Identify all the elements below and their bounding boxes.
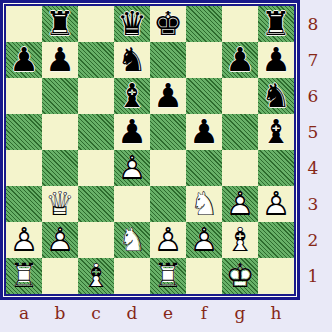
square-b8[interactable]: ♜ [42,6,78,42]
piece-white-rook[interactable]: ♜♖ [6,258,42,294]
square-b3[interactable]: ♛♕ [42,186,78,222]
piece-black-pawn[interactable]: ♟ [222,41,258,77]
square-f4[interactable] [186,150,222,186]
square-h1[interactable] [258,258,294,294]
piece-white-pawn[interactable]: ♟♙ [114,150,150,186]
piece-black-pawn[interactable]: ♟ [186,113,222,149]
piece-white-knight[interactable]: ♞♘ [186,186,222,222]
piece-white-queen[interactable]: ♛♕ [42,186,78,222]
square-h8[interactable]: ♜ [258,6,294,42]
square-h7[interactable]: ♟ [258,42,294,78]
square-b4[interactable] [42,150,78,186]
piece-black-bishop[interactable]: ♝ [258,113,294,149]
white-piece-outline: ♗ [222,221,258,257]
white-piece-outline: ♘ [186,185,222,221]
white-piece-outline: ♖ [150,257,186,293]
square-c2[interactable] [78,222,114,258]
square-a1[interactable]: ♜♖ [6,258,42,294]
file-label-a: a [6,299,42,326]
piece-black-pawn[interactable]: ♟ [258,41,294,77]
white-piece-outline: ♙ [258,185,294,221]
board-frame: ♜♛♚♜♟♟♞♟♟♝♟♞♟♟♝♟♙♛♕♞♘♟♙♟♙♟♙♟♙♞♘♟♙♟♙♝♗♜♖♝… [4,4,296,296]
rank-label-6: 6 [300,78,326,114]
piece-black-rook[interactable]: ♜ [42,5,78,41]
piece-black-pawn[interactable]: ♟ [114,113,150,149]
piece-black-knight[interactable]: ♞ [114,41,150,77]
rank-labels: 87654321 [300,6,326,294]
square-e3[interactable] [150,186,186,222]
chess-app-window: ♜♛♚♜♟♟♞♟♟♝♟♞♟♟♝♟♙♛♕♞♘♟♙♟♙♟♙♟♙♞♘♟♙♟♙♝♗♜♖♝… [0,0,332,332]
square-e5[interactable] [150,114,186,150]
file-label-d: d [114,299,150,326]
square-a2[interactable]: ♟♙ [6,222,42,258]
file-label-c: c [78,299,114,326]
square-h2[interactable] [258,222,294,258]
piece-black-knight[interactable]: ♞ [258,77,294,113]
square-h4[interactable] [258,150,294,186]
chess-board: ♜♛♚♜♟♟♞♟♟♝♟♞♟♟♝♟♙♛♕♞♘♟♙♟♙♟♙♟♙♞♘♟♙♟♙♝♗♜♖♝… [6,6,294,294]
piece-black-queen[interactable]: ♛ [114,5,150,41]
square-d5[interactable]: ♟ [114,114,150,150]
square-b7[interactable]: ♟ [42,42,78,78]
piece-black-bishop[interactable]: ♝ [114,77,150,113]
square-g3[interactable]: ♟♙ [222,186,258,222]
square-d3[interactable] [114,186,150,222]
square-g6[interactable] [222,78,258,114]
white-piece-outline: ♙ [222,185,258,221]
rank-label-5: 5 [300,114,326,150]
piece-white-king[interactable]: ♚♔ [222,258,258,294]
square-e8[interactable]: ♚ [150,6,186,42]
square-f5[interactable]: ♟ [186,114,222,150]
white-piece-outline: ♘ [114,221,150,257]
square-c8[interactable] [78,6,114,42]
square-f7[interactable] [186,42,222,78]
rank-label-7: 7 [300,42,326,78]
piece-white-bishop[interactable]: ♝♗ [222,222,258,258]
white-piece-outline: ♕ [42,185,78,221]
square-h6[interactable]: ♞ [258,78,294,114]
square-e7[interactable] [150,42,186,78]
file-label-h: h [258,299,294,326]
piece-black-pawn[interactable]: ♟ [42,41,78,77]
piece-white-pawn[interactable]: ♟♙ [42,222,78,258]
rank-label-8: 8 [300,6,326,42]
piece-white-pawn[interactable]: ♟♙ [186,222,222,258]
piece-white-knight[interactable]: ♞♘ [114,222,150,258]
square-c5[interactable] [78,114,114,150]
square-c7[interactable] [78,42,114,78]
square-e2[interactable]: ♟♙ [150,222,186,258]
square-a8[interactable] [6,6,42,42]
square-b1[interactable] [42,258,78,294]
square-g7[interactable]: ♟ [222,42,258,78]
file-label-f: f [186,299,222,326]
piece-white-rook[interactable]: ♜♖ [150,258,186,294]
white-piece-outline: ♙ [6,221,42,257]
square-d2[interactable]: ♞♘ [114,222,150,258]
white-piece-outline: ♙ [186,221,222,257]
square-h3[interactable]: ♟♙ [258,186,294,222]
piece-black-king[interactable]: ♚ [150,5,186,41]
square-e6[interactable]: ♟ [150,78,186,114]
square-c4[interactable] [78,150,114,186]
square-d7[interactable]: ♞ [114,42,150,78]
file-label-b: b [42,299,78,326]
rank-label-4: 4 [300,150,326,186]
square-a5[interactable] [6,114,42,150]
square-a7[interactable]: ♟ [6,42,42,78]
square-g5[interactable] [222,114,258,150]
square-h5[interactable]: ♝ [258,114,294,150]
square-g8[interactable] [222,6,258,42]
square-a3[interactable] [6,186,42,222]
white-piece-outline: ♙ [42,221,78,257]
square-a6[interactable] [6,78,42,114]
piece-white-pawn[interactable]: ♟♙ [150,222,186,258]
file-labels: abcdefgh [6,299,294,326]
white-piece-outline: ♖ [6,257,42,293]
piece-white-pawn[interactable]: ♟♙ [258,186,294,222]
square-b6[interactable] [42,78,78,114]
square-d4[interactable]: ♟♙ [114,150,150,186]
piece-black-rook[interactable]: ♜ [258,5,294,41]
square-c1[interactable]: ♝♗ [78,258,114,294]
piece-white-pawn[interactable]: ♟♙ [6,222,42,258]
square-d8[interactable]: ♛ [114,6,150,42]
white-piece-outline: ♔ [222,257,258,293]
white-piece-outline: ♗ [78,257,114,293]
square-d1[interactable] [114,258,150,294]
square-e4[interactable] [150,150,186,186]
white-piece-outline: ♙ [150,221,186,257]
piece-black-pawn[interactable]: ♟ [6,41,42,77]
square-g2[interactable]: ♝♗ [222,222,258,258]
square-g4[interactable] [222,150,258,186]
square-g1[interactable]: ♚♔ [222,258,258,294]
rank-label-3: 3 [300,186,326,222]
square-a4[interactable] [6,150,42,186]
square-f8[interactable] [186,6,222,42]
square-f6[interactable] [186,78,222,114]
file-label-g: g [222,299,258,326]
white-piece-outline: ♙ [114,149,150,185]
piece-white-pawn[interactable]: ♟♙ [222,186,258,222]
square-b2[interactable]: ♟♙ [42,222,78,258]
square-c3[interactable] [78,186,114,222]
square-f1[interactable] [186,258,222,294]
square-f3[interactable]: ♞♘ [186,186,222,222]
rank-label-2: 2 [300,222,326,258]
square-b5[interactable] [42,114,78,150]
rank-label-1: 1 [300,258,326,294]
piece-black-pawn[interactable]: ♟ [150,77,186,113]
square-e1[interactable]: ♜♖ [150,258,186,294]
square-f2[interactable]: ♟♙ [186,222,222,258]
square-c6[interactable] [78,78,114,114]
piece-white-bishop[interactable]: ♝♗ [78,258,114,294]
file-label-e: e [150,299,186,326]
square-d6[interactable]: ♝ [114,78,150,114]
